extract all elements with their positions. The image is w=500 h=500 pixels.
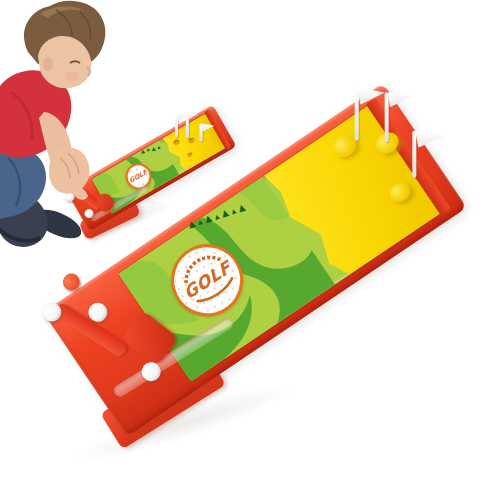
small-flag-1 (175, 113, 178, 137)
tree-icon: ▲ (146, 147, 150, 152)
product-photo-scene: ▲ ▲ ▲ ▲ GOLF (0, 0, 500, 500)
cheek (65, 71, 79, 81)
toddler-hand (30, 130, 120, 210)
flag-2 (385, 92, 389, 142)
pennant-icon (415, 131, 445, 148)
small-flag-3 (199, 124, 202, 142)
flag-1 (355, 88, 359, 141)
flag-3 (412, 131, 416, 178)
tree-icon: ▲ (140, 148, 145, 154)
tree-icon: ▲ (151, 146, 156, 152)
ear (43, 57, 53, 71)
golf-logo-text: GOLF (128, 168, 148, 185)
pennant-icon (388, 92, 412, 107)
small-flag-2 (186, 112, 189, 138)
tree-icon: ▲ (157, 145, 161, 150)
